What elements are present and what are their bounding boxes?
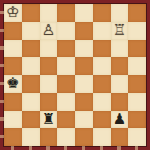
square-c4[interactable] [40, 75, 58, 93]
square-b8[interactable] [22, 4, 40, 22]
square-b5[interactable] [22, 57, 40, 75]
square-e4[interactable] [75, 75, 93, 93]
square-h6[interactable] [128, 40, 146, 58]
square-d5[interactable] [57, 57, 75, 75]
square-h5[interactable] [128, 57, 146, 75]
square-a1[interactable] [4, 128, 22, 146]
chess-diagram: ♔♙♖♚♜♟ [0, 0, 150, 150]
square-c6[interactable] [40, 40, 58, 58]
square-e7[interactable] [75, 22, 93, 40]
square-g8[interactable] [111, 4, 129, 22]
square-d8[interactable] [57, 4, 75, 22]
square-f8[interactable] [93, 4, 111, 22]
square-b3[interactable] [22, 93, 40, 111]
piece-white-king: ♔ [4, 4, 22, 22]
square-b1[interactable] [22, 128, 40, 146]
square-f3[interactable] [93, 93, 111, 111]
square-h3[interactable] [128, 93, 146, 111]
square-d1[interactable] [57, 128, 75, 146]
square-e8[interactable] [75, 4, 93, 22]
square-g1[interactable] [111, 128, 129, 146]
square-a4[interactable]: ♚ [4, 75, 22, 93]
square-c5[interactable] [40, 57, 58, 75]
square-c7[interactable]: ♙ [40, 22, 58, 40]
square-c3[interactable] [40, 93, 58, 111]
square-d6[interactable] [57, 40, 75, 58]
square-f7[interactable] [93, 22, 111, 40]
square-h8[interactable] [128, 4, 146, 22]
piece-white-rook: ♖ [111, 22, 129, 40]
square-f6[interactable] [93, 40, 111, 58]
square-e6[interactable] [75, 40, 93, 58]
square-h7[interactable] [128, 22, 146, 40]
square-b4[interactable] [22, 75, 40, 93]
piece-black-king: ♚ [4, 75, 22, 93]
square-e2[interactable] [75, 111, 93, 129]
square-g6[interactable] [111, 40, 129, 58]
square-g4[interactable] [111, 75, 129, 93]
square-f1[interactable] [93, 128, 111, 146]
square-a5[interactable] [4, 57, 22, 75]
file-coordinate-marks [4, 146, 146, 150]
square-f5[interactable] [93, 57, 111, 75]
square-b7[interactable] [22, 22, 40, 40]
square-g7[interactable]: ♖ [111, 22, 129, 40]
square-c8[interactable] [40, 4, 58, 22]
square-b6[interactable] [22, 40, 40, 58]
square-a7[interactable] [4, 22, 22, 40]
square-d7[interactable] [57, 22, 75, 40]
square-e5[interactable] [75, 57, 93, 75]
square-c2[interactable]: ♜ [40, 111, 58, 129]
square-d4[interactable] [57, 75, 75, 93]
square-e3[interactable] [75, 93, 93, 111]
square-f4[interactable] [93, 75, 111, 93]
square-d2[interactable] [57, 111, 75, 129]
square-a8[interactable]: ♔ [4, 4, 22, 22]
square-f2[interactable] [93, 111, 111, 129]
square-h2[interactable] [128, 111, 146, 129]
square-e1[interactable] [75, 128, 93, 146]
square-g5[interactable] [111, 57, 129, 75]
piece-black-rook: ♜ [40, 111, 58, 129]
square-h4[interactable] [128, 75, 146, 93]
square-d3[interactable] [57, 93, 75, 111]
square-g2[interactable]: ♟ [111, 111, 129, 129]
square-c1[interactable] [40, 128, 58, 146]
square-a3[interactable] [4, 93, 22, 111]
piece-black-pawn: ♟ [111, 111, 129, 129]
square-a2[interactable] [4, 111, 22, 129]
square-h1[interactable] [128, 128, 146, 146]
piece-white-pawn: ♙ [40, 22, 58, 40]
square-g3[interactable] [111, 93, 129, 111]
square-a6[interactable] [4, 40, 22, 58]
chess-board: ♔♙♖♚♜♟ [4, 4, 146, 146]
square-b2[interactable] [22, 111, 40, 129]
